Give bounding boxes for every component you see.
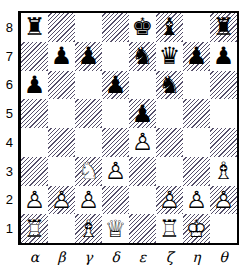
square-c1[interactable]: ♝♗ (75, 214, 102, 243)
file-label-b: β (48, 246, 75, 268)
square-b4[interactable] (48, 128, 75, 157)
rank-label-2: 2 (0, 186, 16, 215)
square-g2[interactable]: ♟♙ (183, 186, 210, 215)
rank-labels: 87654321 (0, 13, 16, 243)
square-h8[interactable]: ♜ (210, 13, 237, 42)
file-label-d: δ (102, 246, 129, 268)
square-g4[interactable] (183, 128, 210, 157)
square-e3[interactable] (129, 157, 156, 186)
square-g7[interactable]: ♟ (183, 42, 210, 71)
square-d3[interactable]: ♟♙ (102, 157, 129, 186)
square-a5[interactable] (21, 99, 48, 128)
square-h2[interactable]: ♟♙ (210, 186, 237, 215)
square-d8[interactable] (102, 13, 129, 42)
white-pawn: ♟♙ (156, 186, 183, 215)
square-h1[interactable] (210, 214, 237, 243)
rank-label-7: 7 (0, 42, 16, 71)
white-bishop: ♝♗ (75, 214, 102, 243)
square-d1[interactable]: ♛♕ (102, 214, 129, 243)
square-e5[interactable]: ♟ (129, 99, 156, 128)
square-c5[interactable] (75, 99, 102, 128)
square-d5[interactable] (102, 99, 129, 128)
square-d6[interactable]: ♟ (102, 71, 129, 100)
rank-label-4: 4 (0, 128, 16, 157)
file-label-a: α (21, 246, 48, 268)
black-king: ♚ (129, 13, 156, 42)
white-pawn: ♟♙ (129, 128, 156, 157)
square-f5[interactable] (156, 99, 183, 128)
chess-board: ♜♚♝♜♟♟♞♛♟♟♟♟♞♟♟♙♞♘♟♙♝♗♟♙♟♙♟♙♟♙♟♙♟♙♜♖♝♗♛♕… (18, 11, 239, 245)
black-knight: ♞ (156, 71, 183, 100)
black-rook: ♜ (21, 13, 48, 42)
file-label-h: θ (210, 246, 237, 268)
square-a6[interactable]: ♟ (21, 71, 48, 100)
square-e7[interactable]: ♞ (129, 42, 156, 71)
square-h3[interactable]: ♝♗ (210, 157, 237, 186)
file-labels: αβγδεζηθ (21, 246, 237, 268)
black-pawn: ♟ (102, 71, 129, 100)
white-queen: ♛♕ (102, 214, 129, 243)
chess-diagram: 87654321 ♜♚♝♜♟♟♞♛♟♟♟♟♞♟♟♙♞♘♟♙♝♗♟♙♟♙♟♙♟♙♟… (0, 0, 250, 269)
square-g6[interactable] (183, 71, 210, 100)
file-label-g: η (183, 246, 210, 268)
square-a3[interactable] (21, 157, 48, 186)
square-d4[interactable] (102, 128, 129, 157)
square-c6[interactable] (75, 71, 102, 100)
square-f7[interactable]: ♛ (156, 42, 183, 71)
square-a4[interactable] (21, 128, 48, 157)
square-b2[interactable]: ♟♙ (48, 186, 75, 215)
square-d7[interactable] (102, 42, 129, 71)
square-g1[interactable]: ♚♔ (183, 214, 210, 243)
black-rook: ♜ (210, 13, 237, 42)
white-rook: ♜♖ (21, 214, 48, 243)
square-c8[interactable] (75, 13, 102, 42)
square-f1[interactable]: ♜♖ (156, 214, 183, 243)
square-g8[interactable] (183, 13, 210, 42)
black-pawn: ♟ (183, 42, 210, 71)
black-pawn: ♟ (75, 42, 102, 71)
square-a1[interactable]: ♜♖ (21, 214, 48, 243)
square-f8[interactable]: ♝ (156, 13, 183, 42)
black-queen: ♛ (156, 42, 183, 71)
rank-label-8: 8 (0, 13, 16, 42)
square-e2[interactable] (129, 186, 156, 215)
square-e1[interactable] (129, 214, 156, 243)
black-pawn: ♟ (210, 42, 237, 71)
file-label-f: ζ (156, 246, 183, 268)
black-pawn: ♟ (48, 42, 75, 71)
square-e6[interactable] (129, 71, 156, 100)
black-pawn: ♟ (21, 71, 48, 100)
square-f2[interactable]: ♟♙ (156, 186, 183, 215)
square-h7[interactable]: ♟ (210, 42, 237, 71)
square-e8[interactable]: ♚ (129, 13, 156, 42)
square-a2[interactable]: ♟♙ (21, 186, 48, 215)
file-label-c: γ (75, 246, 102, 268)
square-b6[interactable] (48, 71, 75, 100)
file-label-e: ε (129, 246, 156, 268)
white-pawn: ♟♙ (48, 186, 75, 215)
square-f6[interactable]: ♞ (156, 71, 183, 100)
rank-label-3: 3 (0, 157, 16, 186)
square-f4[interactable] (156, 128, 183, 157)
white-knight: ♞♘ (75, 157, 102, 186)
square-f3[interactable] (156, 157, 183, 186)
square-b3[interactable] (48, 157, 75, 186)
white-pawn: ♟♙ (183, 186, 210, 215)
white-king: ♚♔ (183, 214, 210, 243)
square-e4[interactable]: ♟♙ (129, 128, 156, 157)
black-pawn: ♟ (129, 99, 156, 128)
white-pawn: ♟♙ (75, 186, 102, 215)
square-a8[interactable]: ♜ (21, 13, 48, 42)
square-h5[interactable] (210, 99, 237, 128)
square-d2[interactable] (102, 186, 129, 215)
black-knight: ♞ (129, 42, 156, 71)
square-b8[interactable] (48, 13, 75, 42)
square-a7[interactable] (21, 42, 48, 71)
white-pawn: ♟♙ (21, 186, 48, 215)
square-c2[interactable]: ♟♙ (75, 186, 102, 215)
white-rook: ♜♖ (156, 214, 183, 243)
white-bishop: ♝♗ (210, 157, 237, 186)
square-g5[interactable] (183, 99, 210, 128)
rank-label-5: 5 (0, 99, 16, 128)
square-c7[interactable]: ♟ (75, 42, 102, 71)
square-h4[interactable] (210, 128, 237, 157)
square-c3[interactable]: ♞♘ (75, 157, 102, 186)
white-pawn: ♟♙ (102, 157, 129, 186)
square-g3[interactable] (183, 157, 210, 186)
white-pawn: ♟♙ (210, 186, 237, 215)
rank-label-6: 6 (0, 71, 16, 100)
square-c4[interactable] (75, 128, 102, 157)
square-b1[interactable] (48, 214, 75, 243)
square-b5[interactable] (48, 99, 75, 128)
black-bishop: ♝ (156, 13, 183, 42)
rank-label-1: 1 (0, 214, 16, 243)
square-h6[interactable] (210, 71, 237, 100)
square-b7[interactable]: ♟ (48, 42, 75, 71)
